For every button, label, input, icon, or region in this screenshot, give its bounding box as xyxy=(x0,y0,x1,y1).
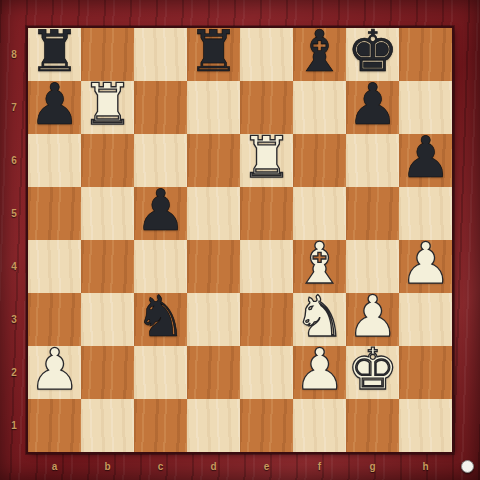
square-e8[interactable] xyxy=(240,28,293,81)
square-b3[interactable] xyxy=(81,293,134,346)
square-b7[interactable]: ♜ xyxy=(81,81,134,134)
square-d3[interactable] xyxy=(187,293,240,346)
square-f2[interactable]: ♟ xyxy=(293,346,346,399)
piece-black-rook[interactable]: ♜ xyxy=(188,25,239,78)
square-h6[interactable]: ♟ xyxy=(399,134,452,187)
square-h8[interactable] xyxy=(399,28,452,81)
square-g5[interactable] xyxy=(346,187,399,240)
square-d5[interactable] xyxy=(187,187,240,240)
piece-white-pawn[interactable]: ♟ xyxy=(400,237,451,290)
piece-black-knight[interactable]: ♞ xyxy=(135,290,186,343)
square-a5[interactable] xyxy=(28,187,81,240)
piece-white-rook[interactable]: ♜ xyxy=(241,131,292,184)
square-a7[interactable]: ♟ xyxy=(28,81,81,134)
square-f7[interactable] xyxy=(293,81,346,134)
rank-label-2: 2 xyxy=(0,346,28,399)
file-label-d: d xyxy=(187,452,240,480)
rank-label-7: 7 xyxy=(0,81,28,134)
square-f6[interactable] xyxy=(293,134,346,187)
square-e2[interactable] xyxy=(240,346,293,399)
square-g6[interactable] xyxy=(346,134,399,187)
square-h1[interactable] xyxy=(399,399,452,452)
piece-white-pawn[interactable]: ♟ xyxy=(29,343,80,396)
square-d1[interactable] xyxy=(187,399,240,452)
piece-black-bishop[interactable]: ♝ xyxy=(294,25,345,78)
white-to-move-indicator xyxy=(461,460,474,473)
piece-black-pawn[interactable]: ♟ xyxy=(347,78,398,131)
square-g7[interactable]: ♟ xyxy=(346,81,399,134)
square-d6[interactable] xyxy=(187,134,240,187)
square-b2[interactable] xyxy=(81,346,134,399)
square-d2[interactable] xyxy=(187,346,240,399)
file-label-e: e xyxy=(240,452,293,480)
file-label-g: g xyxy=(346,452,399,480)
piece-white-pawn[interactable]: ♟ xyxy=(294,343,345,396)
chess-board: ♜♜♝♚♟♜♟♜♟♟♝♟♞♞♟♟♟♚ xyxy=(28,28,452,452)
square-b1[interactable] xyxy=(81,399,134,452)
square-c1[interactable] xyxy=(134,399,187,452)
square-b6[interactable] xyxy=(81,134,134,187)
square-e4[interactable] xyxy=(240,240,293,293)
square-f8[interactable]: ♝ xyxy=(293,28,346,81)
square-a1[interactable] xyxy=(28,399,81,452)
square-h3[interactable] xyxy=(399,293,452,346)
piece-black-pawn[interactable]: ♟ xyxy=(135,184,186,237)
square-d4[interactable] xyxy=(187,240,240,293)
square-g1[interactable] xyxy=(346,399,399,452)
square-e3[interactable] xyxy=(240,293,293,346)
square-a2[interactable]: ♟ xyxy=(28,346,81,399)
square-a6[interactable] xyxy=(28,134,81,187)
square-e1[interactable] xyxy=(240,399,293,452)
square-h4[interactable]: ♟ xyxy=(399,240,452,293)
board-frame: ♜♜♝♚♟♜♟♜♟♟♝♟♞♞♟♟♟♚ 87654321 abcdefgh xyxy=(0,0,480,480)
file-label-f: f xyxy=(293,452,346,480)
rank-label-4: 4 xyxy=(0,240,28,293)
square-f1[interactable] xyxy=(293,399,346,452)
square-e6[interactable]: ♜ xyxy=(240,134,293,187)
square-b4[interactable] xyxy=(81,240,134,293)
piece-white-king[interactable]: ♚ xyxy=(347,343,398,396)
square-d7[interactable] xyxy=(187,81,240,134)
rank-label-1: 1 xyxy=(0,399,28,452)
square-c7[interactable] xyxy=(134,81,187,134)
rank-label-8: 8 xyxy=(0,28,28,81)
piece-black-pawn[interactable]: ♟ xyxy=(29,78,80,131)
square-c5[interactable]: ♟ xyxy=(134,187,187,240)
square-h2[interactable] xyxy=(399,346,452,399)
piece-black-pawn[interactable]: ♟ xyxy=(400,131,451,184)
file-label-b: b xyxy=(81,452,134,480)
rank-label-5: 5 xyxy=(0,187,28,240)
file-label-a: a xyxy=(28,452,81,480)
file-label-h: h xyxy=(399,452,452,480)
square-g2[interactable]: ♚ xyxy=(346,346,399,399)
file-label-c: c xyxy=(134,452,187,480)
square-d8[interactable]: ♜ xyxy=(187,28,240,81)
square-b5[interactable] xyxy=(81,187,134,240)
piece-white-rook[interactable]: ♜ xyxy=(82,78,133,131)
rank-label-3: 3 xyxy=(0,293,28,346)
square-c3[interactable]: ♞ xyxy=(134,293,187,346)
square-c2[interactable] xyxy=(134,346,187,399)
square-c8[interactable] xyxy=(134,28,187,81)
square-a4[interactable] xyxy=(28,240,81,293)
rank-label-6: 6 xyxy=(0,134,28,187)
square-e5[interactable] xyxy=(240,187,293,240)
